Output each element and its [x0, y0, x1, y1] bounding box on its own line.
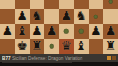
- black-pawn[interactable]: ♟: [61, 10, 72, 23]
- legal-move-dot[interactable]: [108, 0, 113, 4]
- black-rook[interactable]: ♜: [105, 40, 116, 53]
- black-pawn[interactable]: ♟: [31, 25, 42, 38]
- square-e5[interactable]: [44, 0, 59, 9]
- square-h6[interactable]: [0, 9, 15, 24]
- square-h8[interactable]: [0, 39, 15, 54]
- square-b7[interactable]: ♟: [89, 24, 104, 39]
- black-pawn[interactable]: ♟: [46, 25, 57, 38]
- square-c7[interactable]: [74, 24, 89, 39]
- square-g8[interactable]: ♚: [15, 39, 30, 54]
- square-d6[interactable]: ♟: [59, 9, 74, 24]
- bar-icons: [107, 56, 116, 60]
- legal-move-dot[interactable]: [79, 29, 84, 34]
- square-b5[interactable]: [89, 0, 104, 9]
- square-h5[interactable]: [0, 0, 15, 9]
- square-d7[interactable]: [59, 24, 74, 39]
- opening-name-bar[interactable]: B77 Sicilian Defense: Dragon Variation, …: [0, 54, 118, 62]
- legal-move-dot[interactable]: [94, 14, 99, 19]
- square-d8[interactable]: ♛: [59, 39, 74, 54]
- move-list-clipped-row: [0, 62, 118, 66]
- black-pawn[interactable]: ♟: [17, 10, 28, 23]
- legal-move-dot[interactable]: [49, 44, 54, 49]
- clipped-text-hint: [2, 62, 72, 63]
- square-e8[interactable]: [44, 39, 59, 54]
- black-king[interactable]: ♚: [17, 40, 28, 53]
- black-bishop[interactable]: ♝: [17, 25, 28, 38]
- settings-icon[interactable]: [112, 56, 116, 60]
- square-h7[interactable]: ♟: [0, 24, 15, 39]
- square-g7[interactable]: ♝: [15, 24, 30, 39]
- opening-name: Sicilian Defense: Dragon Variation, Yugo…: [11, 56, 83, 61]
- square-g6[interactable]: ♟: [15, 9, 30, 24]
- square-f8[interactable]: ♜: [30, 39, 45, 54]
- black-pawn[interactable]: ♟: [105, 25, 116, 38]
- square-a7[interactable]: ♟: [103, 24, 118, 39]
- eco-code: B77: [2, 56, 11, 61]
- legal-move-dot[interactable]: [64, 29, 69, 34]
- square-b6[interactable]: [89, 9, 104, 24]
- square-e7[interactable]: ♟: [44, 24, 59, 39]
- square-c6[interactable]: ♞: [74, 9, 89, 24]
- black-rook[interactable]: ♜: [31, 40, 42, 53]
- chess-board[interactable]: ♟♞♟♞♟♝♟♟♟♟♚♜♛♝♜: [0, 0, 118, 54]
- square-f6[interactable]: ♞: [30, 9, 45, 24]
- black-pawn[interactable]: ♟: [2, 25, 13, 38]
- board-grid: ♟♞♟♞♟♝♟♟♟♟♚♜♛♝♜: [0, 0, 118, 54]
- square-f7[interactable]: ♟: [30, 24, 45, 39]
- app-window: ♟♞♟♞♟♝♟♟♟♟♚♜♛♝♜ B77 Sicilian Defense: Dr…: [0, 0, 118, 66]
- square-b8[interactable]: [89, 39, 104, 54]
- opening-name-text: B77 Sicilian Defense: Dragon Variation, …: [2, 55, 82, 61]
- black-queen[interactable]: ♛: [61, 40, 72, 53]
- square-a8[interactable]: ♜: [103, 39, 118, 54]
- black-knight[interactable]: ♞: [31, 10, 42, 23]
- square-e6[interactable]: [44, 9, 59, 24]
- square-c8[interactable]: ♝: [74, 39, 89, 54]
- black-knight[interactable]: ♞: [76, 10, 87, 23]
- square-a5[interactable]: [103, 0, 118, 9]
- square-a6[interactable]: [103, 9, 118, 24]
- opening-book-icon[interactable]: [107, 56, 111, 60]
- black-bishop[interactable]: ♝: [76, 40, 87, 53]
- black-pawn[interactable]: ♟: [90, 25, 101, 38]
